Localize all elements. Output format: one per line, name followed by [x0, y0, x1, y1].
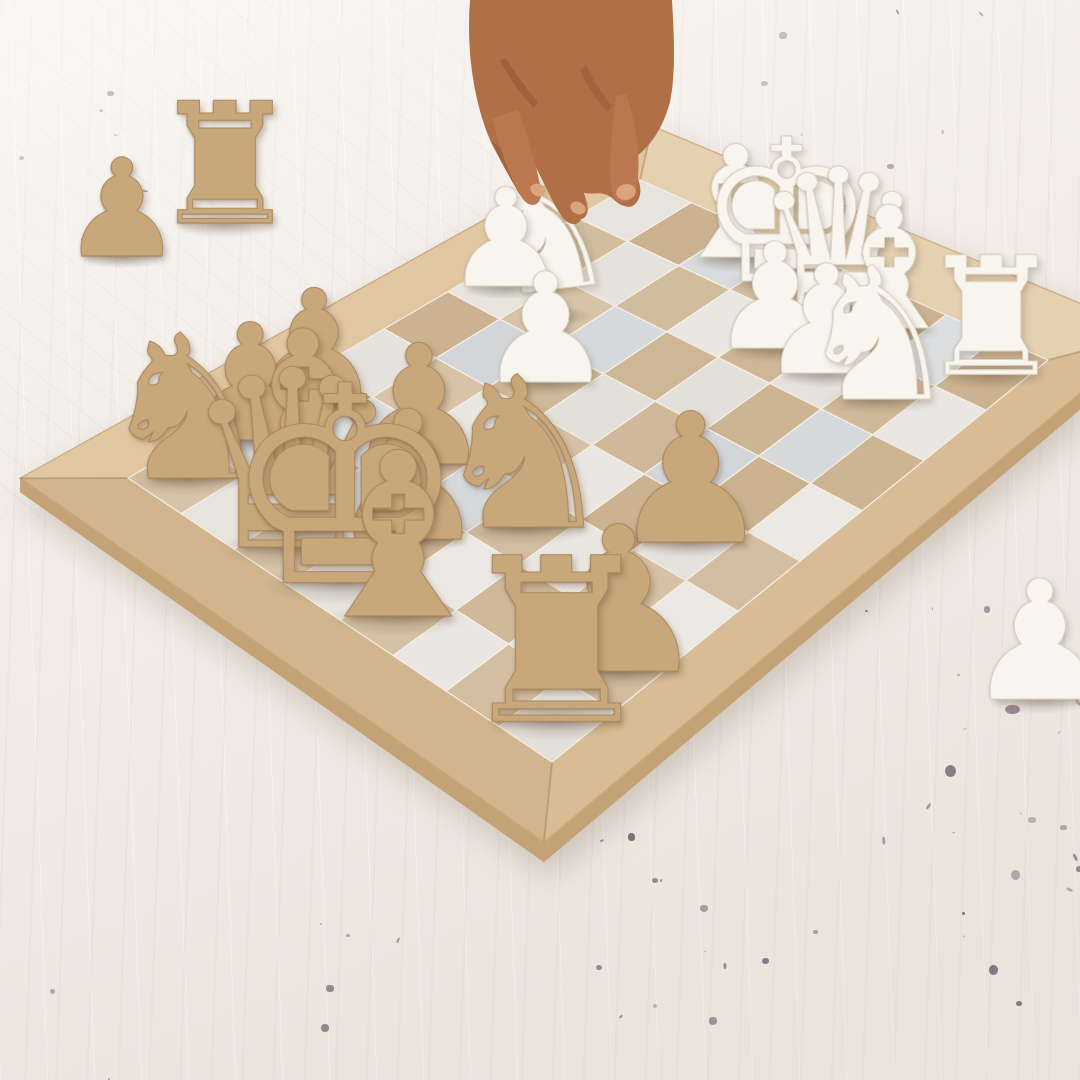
hand-shape	[500, 58, 538, 108]
hand-fingers	[430, 0, 730, 300]
white-knight-b2[interactable]: ♞	[795, 243, 960, 427]
captured-white-pawn-table-lower-right[interactable]: ♟	[966, 559, 1080, 725]
hand-shape	[580, 64, 612, 112]
beige-rook-a8[interactable]: ♜	[454, 528, 658, 756]
captured-beige-pawn-table-upper-left[interactable]: ♟	[61, 141, 183, 277]
